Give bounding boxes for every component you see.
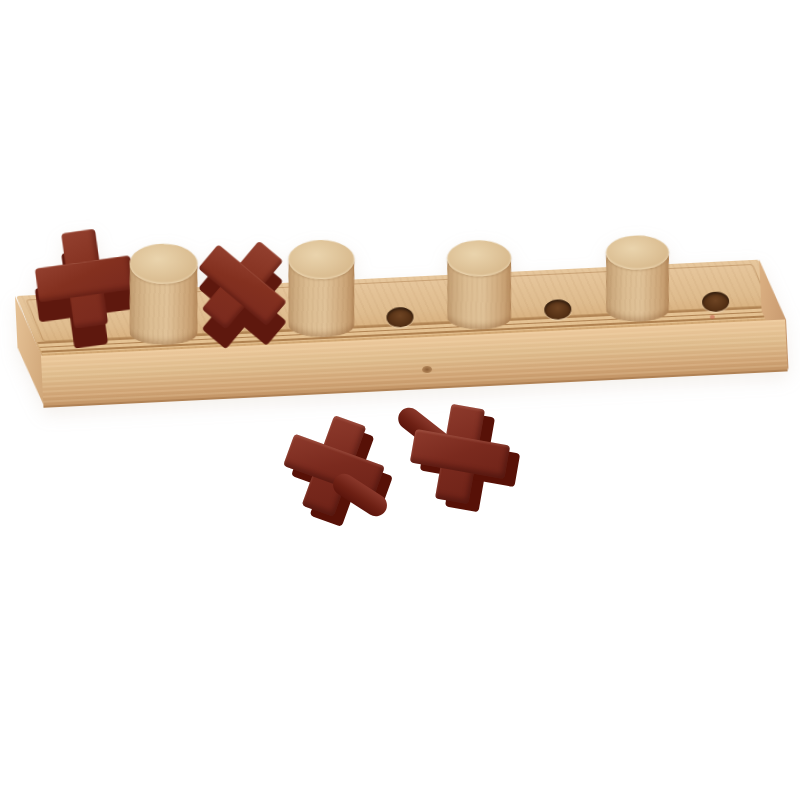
product-photo-scene bbox=[0, 0, 800, 800]
cross-lite-face bbox=[404, 398, 515, 509]
loose-x-piece-1[interactable] bbox=[282, 418, 388, 524]
loose-pieces-area bbox=[0, 0, 800, 800]
loose-x-piece-2[interactable] bbox=[408, 406, 514, 512]
